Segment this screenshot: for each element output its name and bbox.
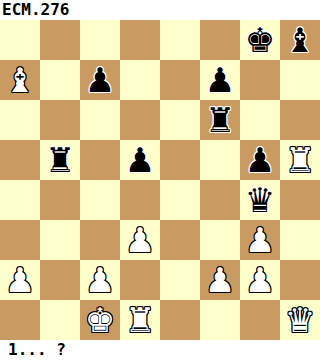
piece-white-bishop: ♝ bbox=[5, 60, 35, 100]
square-b2[interactable] bbox=[40, 260, 80, 300]
piece-black-bishop: ♝ bbox=[285, 20, 315, 60]
chess-board: ♚♝♝♟♟♜♜♟♟♜♛♟♟♟♟♟♟♚♜♛ bbox=[0, 20, 320, 340]
square-c6[interactable] bbox=[80, 100, 120, 140]
piece-white-rook: ♜ bbox=[125, 300, 155, 340]
square-a1[interactable] bbox=[0, 300, 40, 340]
piece-black-pawn: ♟ bbox=[245, 140, 275, 180]
square-b5[interactable]: ♜ bbox=[40, 140, 80, 180]
square-g4[interactable]: ♛ bbox=[240, 180, 280, 220]
square-a4[interactable] bbox=[0, 180, 40, 220]
square-h4[interactable] bbox=[280, 180, 320, 220]
square-a8[interactable] bbox=[0, 20, 40, 60]
piece-black-pawn: ♟ bbox=[205, 60, 235, 100]
square-g5[interactable]: ♟ bbox=[240, 140, 280, 180]
piece-white-pawn: ♟ bbox=[85, 260, 115, 300]
piece-black-rook: ♜ bbox=[205, 100, 235, 140]
square-h8[interactable]: ♝ bbox=[280, 20, 320, 60]
square-g7[interactable] bbox=[240, 60, 280, 100]
square-d7[interactable] bbox=[120, 60, 160, 100]
square-c5[interactable] bbox=[80, 140, 120, 180]
puzzle-id: ECM.276 bbox=[0, 0, 320, 20]
piece-white-pawn: ♟ bbox=[5, 260, 35, 300]
square-a6[interactable] bbox=[0, 100, 40, 140]
square-d5[interactable]: ♟ bbox=[120, 140, 160, 180]
square-g1[interactable] bbox=[240, 300, 280, 340]
square-c1[interactable]: ♚ bbox=[80, 300, 120, 340]
square-f3[interactable] bbox=[200, 220, 240, 260]
square-g6[interactable] bbox=[240, 100, 280, 140]
square-d1[interactable]: ♜ bbox=[120, 300, 160, 340]
square-e6[interactable] bbox=[160, 100, 200, 140]
square-h7[interactable] bbox=[280, 60, 320, 100]
square-f1[interactable] bbox=[200, 300, 240, 340]
square-b8[interactable] bbox=[40, 20, 80, 60]
square-c8[interactable] bbox=[80, 20, 120, 60]
square-f5[interactable] bbox=[200, 140, 240, 180]
square-c4[interactable] bbox=[80, 180, 120, 220]
square-c2[interactable]: ♟ bbox=[80, 260, 120, 300]
square-a2[interactable]: ♟ bbox=[0, 260, 40, 300]
square-a3[interactable] bbox=[0, 220, 40, 260]
square-g2[interactable]: ♟ bbox=[240, 260, 280, 300]
piece-white-pawn: ♟ bbox=[245, 220, 275, 260]
square-f6[interactable]: ♜ bbox=[200, 100, 240, 140]
piece-white-king: ♚ bbox=[85, 300, 115, 340]
piece-white-pawn: ♟ bbox=[125, 220, 155, 260]
piece-black-pawn: ♟ bbox=[85, 60, 115, 100]
square-f4[interactable] bbox=[200, 180, 240, 220]
square-h1[interactable]: ♛ bbox=[280, 300, 320, 340]
piece-white-pawn: ♟ bbox=[205, 260, 235, 300]
square-d6[interactable] bbox=[120, 100, 160, 140]
square-h6[interactable] bbox=[280, 100, 320, 140]
square-h3[interactable] bbox=[280, 220, 320, 260]
piece-black-queen: ♛ bbox=[245, 180, 275, 220]
square-f7[interactable]: ♟ bbox=[200, 60, 240, 100]
square-h5[interactable]: ♜ bbox=[280, 140, 320, 180]
square-g3[interactable]: ♟ bbox=[240, 220, 280, 260]
square-d8[interactable] bbox=[120, 20, 160, 60]
piece-black-rook: ♜ bbox=[45, 140, 75, 180]
piece-black-king: ♚ bbox=[245, 20, 275, 60]
square-h2[interactable] bbox=[280, 260, 320, 300]
square-d3[interactable]: ♟ bbox=[120, 220, 160, 260]
move-prompt: 1... ? bbox=[0, 340, 320, 360]
square-a7[interactable]: ♝ bbox=[0, 60, 40, 100]
square-b4[interactable] bbox=[40, 180, 80, 220]
square-c3[interactable] bbox=[80, 220, 120, 260]
square-a5[interactable] bbox=[0, 140, 40, 180]
square-e2[interactable] bbox=[160, 260, 200, 300]
square-b6[interactable] bbox=[40, 100, 80, 140]
square-c7[interactable]: ♟ bbox=[80, 60, 120, 100]
square-d4[interactable] bbox=[120, 180, 160, 220]
piece-white-pawn: ♟ bbox=[245, 260, 275, 300]
square-e4[interactable] bbox=[160, 180, 200, 220]
square-e3[interactable] bbox=[160, 220, 200, 260]
square-f2[interactable]: ♟ bbox=[200, 260, 240, 300]
square-b7[interactable] bbox=[40, 60, 80, 100]
square-b1[interactable] bbox=[40, 300, 80, 340]
square-f8[interactable] bbox=[200, 20, 240, 60]
square-b3[interactable] bbox=[40, 220, 80, 260]
piece-black-pawn: ♟ bbox=[125, 140, 155, 180]
piece-white-rook: ♜ bbox=[285, 140, 315, 180]
piece-white-queen: ♛ bbox=[285, 300, 315, 340]
square-e5[interactable] bbox=[160, 140, 200, 180]
square-e1[interactable] bbox=[160, 300, 200, 340]
square-g8[interactable]: ♚ bbox=[240, 20, 280, 60]
square-e8[interactable] bbox=[160, 20, 200, 60]
square-e7[interactable] bbox=[160, 60, 200, 100]
square-d2[interactable] bbox=[120, 260, 160, 300]
